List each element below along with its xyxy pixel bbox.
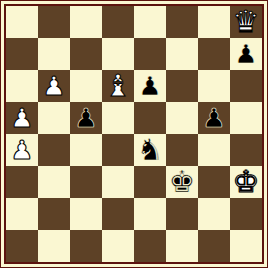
square-f4[interactable] xyxy=(166,134,198,166)
square-g5[interactable]: ♟ xyxy=(198,102,230,134)
square-g1[interactable] xyxy=(198,230,230,262)
chess-board: ♛♟♟♝♟♟♟♟♟♞♚♚ xyxy=(6,6,262,262)
square-f1[interactable] xyxy=(166,230,198,262)
square-e4[interactable]: ♞ xyxy=(134,134,166,166)
square-d6[interactable]: ♝ xyxy=(102,70,134,102)
square-a1[interactable] xyxy=(6,230,38,262)
square-d3[interactable] xyxy=(102,166,134,198)
square-b7[interactable] xyxy=(38,38,70,70)
square-c7[interactable] xyxy=(70,38,102,70)
square-f2[interactable] xyxy=(166,198,198,230)
square-a4[interactable]: ♟ xyxy=(6,134,38,166)
square-e5[interactable] xyxy=(134,102,166,134)
square-d4[interactable] xyxy=(102,134,134,166)
square-h2[interactable] xyxy=(230,198,262,230)
square-a6[interactable] xyxy=(6,70,38,102)
chess-board-border: ♛♟♟♝♟♟♟♟♟♞♚♚ xyxy=(4,4,264,264)
square-d7[interactable] xyxy=(102,38,134,70)
white-pawn-icon: ♟ xyxy=(10,102,33,134)
square-h1[interactable] xyxy=(230,230,262,262)
square-a3[interactable] xyxy=(6,166,38,198)
black-pawn-icon: ♟ xyxy=(74,102,97,134)
square-d1[interactable] xyxy=(102,230,134,262)
square-d2[interactable] xyxy=(102,198,134,230)
square-b6[interactable]: ♟ xyxy=(38,70,70,102)
square-f3[interactable]: ♚ xyxy=(166,166,198,198)
square-f6[interactable] xyxy=(166,70,198,102)
square-g8[interactable] xyxy=(198,6,230,38)
white-queen-icon: ♛ xyxy=(233,6,260,38)
square-g7[interactable] xyxy=(198,38,230,70)
square-h3[interactable]: ♚ xyxy=(230,166,262,198)
square-e2[interactable] xyxy=(134,198,166,230)
square-b3[interactable] xyxy=(38,166,70,198)
square-b8[interactable] xyxy=(38,6,70,38)
black-pawn-icon: ♟ xyxy=(202,102,225,134)
square-c5[interactable]: ♟ xyxy=(70,102,102,134)
square-e8[interactable] xyxy=(134,6,166,38)
square-e1[interactable] xyxy=(134,230,166,262)
square-c6[interactable] xyxy=(70,70,102,102)
white-pawn-icon: ♟ xyxy=(10,134,33,166)
square-h6[interactable] xyxy=(230,70,262,102)
square-g2[interactable] xyxy=(198,198,230,230)
square-f7[interactable] xyxy=(166,38,198,70)
square-d8[interactable] xyxy=(102,6,134,38)
square-f5[interactable] xyxy=(166,102,198,134)
square-c1[interactable] xyxy=(70,230,102,262)
square-c4[interactable] xyxy=(70,134,102,166)
square-e6[interactable]: ♟ xyxy=(134,70,166,102)
square-h7[interactable]: ♟ xyxy=(230,38,262,70)
square-h5[interactable] xyxy=(230,102,262,134)
square-b2[interactable] xyxy=(38,198,70,230)
square-b4[interactable] xyxy=(38,134,70,166)
black-pawn-icon: ♟ xyxy=(138,70,161,102)
square-e3[interactable] xyxy=(134,166,166,198)
square-c2[interactable] xyxy=(70,198,102,230)
square-b5[interactable] xyxy=(38,102,70,134)
square-d5[interactable] xyxy=(102,102,134,134)
square-h4[interactable] xyxy=(230,134,262,166)
square-g4[interactable] xyxy=(198,134,230,166)
square-g6[interactable] xyxy=(198,70,230,102)
black-knight-icon: ♞ xyxy=(137,134,164,166)
white-pawn-icon: ♟ xyxy=(42,70,65,102)
square-a2[interactable] xyxy=(6,198,38,230)
square-c3[interactable] xyxy=(70,166,102,198)
white-king-icon: ♚ xyxy=(233,166,260,198)
square-a5[interactable]: ♟ xyxy=(6,102,38,134)
square-e7[interactable] xyxy=(134,38,166,70)
white-bishop-icon: ♝ xyxy=(105,70,132,102)
square-b1[interactable] xyxy=(38,230,70,262)
square-a8[interactable] xyxy=(6,6,38,38)
black-pawn-icon: ♟ xyxy=(234,38,257,70)
square-f8[interactable] xyxy=(166,6,198,38)
square-c8[interactable] xyxy=(70,6,102,38)
black-king-icon: ♚ xyxy=(169,166,196,198)
chess-board-frame: ♛♟♟♝♟♟♟♟♟♞♚♚ xyxy=(0,0,268,268)
square-h8[interactable]: ♛ xyxy=(230,6,262,38)
square-g3[interactable] xyxy=(198,166,230,198)
square-a7[interactable] xyxy=(6,38,38,70)
